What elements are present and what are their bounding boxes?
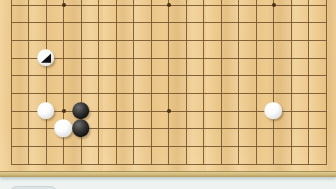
grid-line-vertical [63, 0, 64, 165]
white-stone [264, 102, 282, 120]
grid-line-horizontal [11, 93, 327, 94]
grid-line-horizontal [11, 40, 327, 41]
grid-line-vertical [203, 0, 204, 165]
white-stone [37, 102, 55, 120]
star-point [272, 3, 276, 7]
grid-line-vertical [256, 0, 257, 165]
board-bottom-edge [0, 171, 336, 177]
grid-line-horizontal [11, 22, 327, 23]
grid-line-vertical [238, 0, 239, 165]
grid-line-vertical [11, 0, 12, 165]
bottom-panel-button[interactable] [10, 186, 57, 189]
grid-line-vertical [273, 0, 274, 165]
star-point [167, 109, 171, 113]
grid-line-vertical [81, 0, 82, 165]
star-point [62, 109, 66, 113]
grid-line-vertical [326, 0, 327, 165]
grid-line-vertical [168, 0, 169, 165]
last-move-triangle-marker [37, 49, 55, 67]
white-stone [54, 120, 72, 138]
grid-line-horizontal [11, 75, 327, 76]
grid-line-horizontal [11, 58, 327, 59]
grid-line-vertical [46, 0, 47, 165]
black-stone [72, 120, 90, 138]
app-window: { "game": "go", "app": { "background_col… [0, 0, 336, 189]
grid-line-vertical [116, 0, 117, 165]
star-point [62, 3, 66, 7]
grid-line-vertical [133, 0, 134, 165]
grid-line-vertical [98, 0, 99, 165]
star-point [167, 3, 171, 7]
grid-line-horizontal [11, 146, 327, 147]
go-board[interactable] [0, 0, 336, 177]
grid-line-vertical [221, 0, 222, 165]
grid-line-horizontal [11, 164, 327, 165]
grid-line-vertical [291, 0, 292, 165]
grid-line-vertical [186, 0, 187, 165]
white-stone [37, 49, 55, 67]
grid-line-vertical [28, 0, 29, 165]
grid-line-vertical [151, 0, 152, 165]
grid-line-vertical [308, 0, 309, 165]
black-stone [72, 102, 90, 120]
